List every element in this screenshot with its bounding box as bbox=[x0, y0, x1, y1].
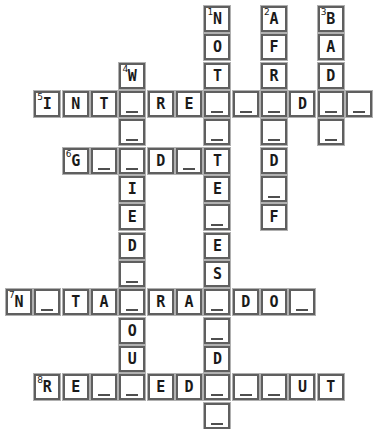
cell-r3c1: 5I bbox=[34, 91, 60, 117]
cell-r10c5: R bbox=[148, 289, 174, 315]
cell-r5c3[interactable] bbox=[91, 148, 117, 174]
cell-letter: A bbox=[100, 294, 109, 310]
blank-hint bbox=[240, 111, 252, 113]
cell-letter: T bbox=[326, 379, 335, 395]
cell-r9c4[interactable] bbox=[119, 261, 145, 287]
cell-letter: A bbox=[270, 11, 279, 27]
cell-r3c4[interactable] bbox=[119, 91, 145, 117]
cell-r5c5: D bbox=[148, 148, 174, 174]
cell-r4c7[interactable] bbox=[204, 119, 230, 145]
cell-r8c4: D bbox=[119, 233, 145, 259]
cell-r10c10[interactable] bbox=[289, 289, 315, 315]
blank-hint bbox=[353, 111, 365, 113]
cell-letter: N bbox=[71, 96, 80, 112]
blank-hint bbox=[126, 281, 138, 283]
blank-hint bbox=[268, 196, 280, 198]
cell-letter: N bbox=[213, 11, 222, 27]
blank-hint bbox=[268, 394, 280, 396]
cell-letter: E bbox=[128, 209, 137, 225]
blank-hint bbox=[211, 423, 223, 425]
cell-r3c9[interactable] bbox=[261, 91, 287, 117]
cell-letter: I bbox=[43, 96, 52, 112]
cell-letter: W bbox=[128, 68, 137, 84]
cell-r9c7: S bbox=[204, 261, 230, 287]
cell-r7c4: E bbox=[119, 204, 145, 230]
cell-r13c1: 8R bbox=[34, 374, 60, 400]
cell-r7c9: F bbox=[261, 204, 287, 230]
cell-r3c2: N bbox=[63, 91, 89, 117]
cell-r10c6: A bbox=[176, 289, 202, 315]
cell-r2c11: D bbox=[318, 63, 344, 89]
cell-r5c7: T bbox=[204, 148, 230, 174]
cell-r13c2: E bbox=[63, 374, 89, 400]
crossword-board: 1N2A3BOFA4WTRD5INTRED6GDTDIEEFDES7NTARAD… bbox=[0, 0, 373, 429]
blank-hint bbox=[126, 309, 138, 311]
blank-hint bbox=[240, 394, 252, 396]
blank-hint bbox=[325, 111, 337, 113]
cell-r3c3: T bbox=[91, 91, 117, 117]
blank-hint bbox=[211, 111, 223, 113]
blank-hint bbox=[183, 168, 195, 170]
cell-r6c4: I bbox=[119, 176, 145, 202]
cell-r1c9: F bbox=[261, 34, 287, 60]
cell-letter: S bbox=[213, 266, 222, 282]
cell-r2c7: T bbox=[204, 63, 230, 89]
cell-r4c4[interactable] bbox=[119, 119, 145, 145]
cell-r13c7[interactable] bbox=[204, 374, 230, 400]
cell-r0c9: 2A bbox=[261, 6, 287, 32]
blank-hint bbox=[98, 168, 110, 170]
cell-r7c7[interactable] bbox=[204, 204, 230, 230]
cell-letter: D bbox=[270, 153, 279, 169]
cell-r10c2: T bbox=[63, 289, 89, 315]
cell-r11c4: O bbox=[119, 318, 145, 344]
cell-letter: D bbox=[213, 351, 222, 367]
cell-r5c9: D bbox=[261, 148, 287, 174]
cell-r13c8[interactable] bbox=[233, 374, 259, 400]
cell-r1c11: A bbox=[318, 34, 344, 60]
cell-letter: O bbox=[270, 294, 279, 310]
blank-hint bbox=[211, 309, 223, 311]
cell-r3c12[interactable] bbox=[346, 91, 372, 117]
cell-r2c9: R bbox=[261, 63, 287, 89]
cell-r3c5: R bbox=[148, 91, 174, 117]
cell-letter: T bbox=[213, 68, 222, 84]
clue-number: 2 bbox=[264, 8, 270, 17]
cell-letter: N bbox=[14, 294, 23, 310]
cell-letter: A bbox=[185, 294, 194, 310]
cell-r10c9: O bbox=[261, 289, 287, 315]
blank-hint bbox=[325, 139, 337, 141]
cell-letter: B bbox=[326, 11, 335, 27]
cell-r11c7[interactable] bbox=[204, 318, 230, 344]
cell-r5c6[interactable] bbox=[176, 148, 202, 174]
cell-r13c3[interactable] bbox=[91, 374, 117, 400]
cell-r6c9[interactable] bbox=[261, 176, 287, 202]
cell-letter: E bbox=[71, 379, 80, 395]
cell-r13c9[interactable] bbox=[261, 374, 287, 400]
cell-letter: F bbox=[270, 39, 279, 55]
cell-letter: U bbox=[298, 379, 307, 395]
cell-letter: R bbox=[43, 379, 52, 395]
cell-letter: T bbox=[71, 294, 80, 310]
cell-r10c1[interactable] bbox=[34, 289, 60, 315]
cell-letter: R bbox=[156, 294, 165, 310]
cell-letter: R bbox=[270, 68, 279, 84]
cell-letter: O bbox=[128, 323, 137, 339]
cell-letter: U bbox=[128, 351, 137, 367]
cell-r3c6: E bbox=[176, 91, 202, 117]
blank-hint bbox=[98, 394, 110, 396]
blank-hint bbox=[211, 139, 223, 141]
cell-letter: G bbox=[71, 153, 80, 169]
cell-r14c7[interactable] bbox=[204, 403, 230, 429]
cell-r3c11[interactable] bbox=[318, 91, 344, 117]
cell-letter: E bbox=[156, 379, 165, 395]
cell-r3c10: D bbox=[289, 91, 315, 117]
cell-letter: D bbox=[241, 294, 250, 310]
cell-r6c7: E bbox=[204, 176, 230, 202]
cell-letter: E bbox=[185, 96, 194, 112]
cell-letter: D bbox=[128, 238, 137, 254]
cell-letter: D bbox=[156, 153, 165, 169]
cell-r10c4[interactable] bbox=[119, 289, 145, 315]
cell-r13c11: T bbox=[318, 374, 344, 400]
clue-number: 1 bbox=[207, 8, 213, 17]
cell-letter: T bbox=[213, 153, 222, 169]
clue-number: 8 bbox=[37, 376, 43, 385]
cell-r13c6: D bbox=[176, 374, 202, 400]
cell-r5c2: 6G bbox=[63, 148, 89, 174]
cell-letter: D bbox=[185, 379, 194, 395]
cell-r5c4[interactable] bbox=[119, 148, 145, 174]
blank-hint bbox=[211, 394, 223, 396]
clue-number: 5 bbox=[37, 93, 43, 102]
clue-number: 4 bbox=[122, 65, 128, 74]
blank-hint bbox=[268, 111, 280, 113]
cell-letter: F bbox=[270, 209, 279, 225]
blank-hint bbox=[268, 139, 280, 141]
blank-hint bbox=[126, 111, 138, 113]
blank-hint bbox=[126, 139, 138, 141]
cell-r12c4: U bbox=[119, 346, 145, 372]
blank-hint bbox=[41, 309, 53, 311]
cell-letter: E bbox=[213, 181, 222, 197]
cell-r0c7: 1N bbox=[204, 6, 230, 32]
cell-r4c11[interactable] bbox=[318, 119, 344, 145]
cell-r1c7: O bbox=[204, 34, 230, 60]
blank-hint bbox=[211, 224, 223, 226]
cell-r12c7: D bbox=[204, 346, 230, 372]
cell-r10c7[interactable] bbox=[204, 289, 230, 315]
cell-r10c8: D bbox=[233, 289, 259, 315]
cell-letter: E bbox=[213, 238, 222, 254]
cell-letter: I bbox=[128, 181, 137, 197]
cell-r8c7: E bbox=[204, 233, 230, 259]
clue-number: 3 bbox=[321, 8, 327, 17]
cell-letter: A bbox=[326, 39, 335, 55]
cell-r2c4: 4W bbox=[119, 63, 145, 89]
cell-letter: R bbox=[156, 96, 165, 112]
cell-r13c10: U bbox=[289, 374, 315, 400]
blank-hint bbox=[211, 338, 223, 340]
cell-letter: D bbox=[298, 96, 307, 112]
cell-r4c9[interactable] bbox=[261, 119, 287, 145]
blank-hint bbox=[126, 168, 138, 170]
cell-r13c4[interactable] bbox=[119, 374, 145, 400]
blank-hint bbox=[126, 394, 138, 396]
clue-number: 7 bbox=[9, 291, 15, 300]
cell-r3c7[interactable] bbox=[204, 91, 230, 117]
blank-hint bbox=[296, 309, 308, 311]
cell-letter: T bbox=[100, 96, 109, 112]
cell-r3c8[interactable] bbox=[233, 91, 259, 117]
cell-r10c3: A bbox=[91, 289, 117, 315]
cell-r13c5: E bbox=[148, 374, 174, 400]
cell-letter: O bbox=[213, 39, 222, 55]
cell-letter: D bbox=[326, 68, 335, 84]
cell-r0c11: 3B bbox=[318, 6, 344, 32]
clue-number: 6 bbox=[66, 150, 72, 159]
cell-r10c0: 7N bbox=[6, 289, 32, 315]
